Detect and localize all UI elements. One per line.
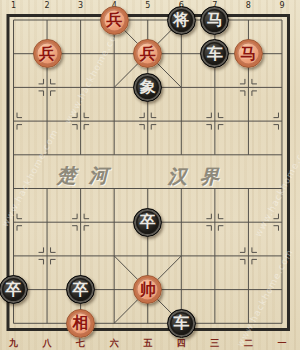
piece-character: 卒 xyxy=(5,282,21,298)
piece-black-chariot[interactable]: 车 xyxy=(167,309,196,338)
piece-character: 卒 xyxy=(73,282,89,298)
piece-black-soldier[interactable]: 卒 xyxy=(133,208,162,237)
piece-character: 卒 xyxy=(140,214,156,230)
piece-red-soldier[interactable]: 兵 xyxy=(33,39,62,68)
piece-character: 兵 xyxy=(106,12,122,28)
piece-layer: 兵将马兵兵车马象卒卒卒帅相车 xyxy=(0,3,299,340)
piece-black-chariot[interactable]: 车 xyxy=(200,39,229,68)
piece-red-horse[interactable]: 马 xyxy=(234,39,263,68)
xiangqi-board: 123456789 九八七六五四三二一 楚河 汉界 www.hackhome.c… xyxy=(0,0,300,350)
piece-character: 相 xyxy=(73,315,89,331)
piece-black-soldier[interactable]: 卒 xyxy=(0,275,28,304)
piece-black-horse[interactable]: 马 xyxy=(200,6,229,35)
piece-character: 车 xyxy=(207,46,223,62)
piece-character: 马 xyxy=(240,46,256,62)
piece-character: 帅 xyxy=(140,282,156,298)
piece-character: 兵 xyxy=(140,46,156,62)
piece-red-soldier[interactable]: 兵 xyxy=(100,6,129,35)
piece-character: 车 xyxy=(173,315,189,331)
piece-black-soldier[interactable]: 卒 xyxy=(66,275,95,304)
piece-character: 马 xyxy=(207,12,223,28)
piece-black-general[interactable]: 将 xyxy=(167,6,196,35)
piece-character: 将 xyxy=(173,12,189,28)
piece-red-soldier[interactable]: 兵 xyxy=(133,39,162,68)
piece-red-elephant[interactable]: 相 xyxy=(66,309,95,338)
piece-character: 兵 xyxy=(39,46,55,62)
piece-character: 象 xyxy=(140,79,156,95)
piece-red-general[interactable]: 帅 xyxy=(133,275,162,304)
piece-black-elephant[interactable]: 象 xyxy=(133,73,162,102)
